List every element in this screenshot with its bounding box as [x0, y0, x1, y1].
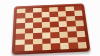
square-c1	[33, 44, 42, 50]
square-e1	[51, 43, 60, 49]
square-d1	[42, 44, 51, 50]
square-b1	[24, 44, 33, 50]
chessboard	[12, 3, 91, 54]
square-a1	[15, 45, 24, 51]
square-h1	[77, 42, 87, 48]
photo-background	[0, 0, 100, 56]
chessboard-grid	[15, 6, 87, 51]
